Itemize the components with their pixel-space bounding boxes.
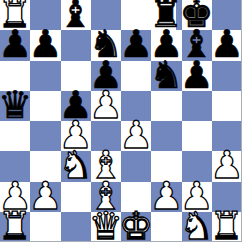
chess-board: ♜♝♜♚♟♟♞♟♟♝♟♟♞♟♛♟♟♟♟♞♝♟♟♟♝♟♟♜♛♚♞♜	[0, 0, 242, 242]
square-f2[interactable]: ♟	[151, 182, 181, 212]
square-f4[interactable]	[151, 121, 181, 151]
square-f6[interactable]: ♞	[151, 61, 181, 91]
piece-black-knight[interactable]: ♞	[149, 60, 183, 90]
square-g6[interactable]: ♟	[182, 61, 212, 91]
piece-white-pawn[interactable]: ♟	[149, 181, 183, 211]
square-g4[interactable]	[182, 121, 212, 151]
square-c3[interactable]: ♞	[61, 151, 91, 181]
square-a7[interactable]: ♟	[0, 30, 30, 60]
square-g1[interactable]: ♞	[182, 212, 212, 242]
piece-black-bishop[interactable]: ♝	[59, 0, 93, 29]
piece-white-king[interactable]: ♚	[119, 211, 153, 241]
square-e7[interactable]: ♟	[121, 30, 151, 60]
square-a5[interactable]: ♛	[0, 91, 30, 121]
piece-white-rook[interactable]: ♜	[0, 211, 32, 241]
square-b2[interactable]: ♟	[30, 182, 60, 212]
piece-white-pawn[interactable]: ♟	[28, 181, 62, 211]
piece-black-pawn[interactable]: ♟	[0, 29, 32, 59]
square-c1[interactable]	[61, 212, 91, 242]
square-e1[interactable]: ♚	[121, 212, 151, 242]
square-b5[interactable]	[30, 91, 60, 121]
square-d5[interactable]: ♟	[91, 91, 121, 121]
square-b4[interactable]	[30, 121, 60, 151]
piece-white-queen[interactable]: ♛	[89, 211, 123, 241]
piece-black-queen[interactable]: ♛	[0, 90, 32, 120]
square-h3[interactable]: ♟	[212, 151, 242, 181]
piece-black-pawn[interactable]: ♟	[210, 29, 242, 59]
piece-white-rook[interactable]: ♜	[210, 211, 242, 241]
piece-black-pawn[interactable]: ♟	[180, 60, 214, 90]
square-h1[interactable]: ♜	[212, 212, 242, 242]
piece-white-pawn[interactable]: ♟	[119, 120, 153, 150]
piece-white-knight[interactable]: ♞	[59, 150, 93, 180]
square-h7[interactable]: ♟	[212, 30, 242, 60]
square-a1[interactable]: ♜	[0, 212, 30, 242]
square-e4[interactable]: ♟	[121, 121, 151, 151]
square-h5[interactable]	[212, 91, 242, 121]
piece-white-knight[interactable]: ♞	[180, 211, 214, 241]
square-b7[interactable]: ♟	[30, 30, 60, 60]
square-c8[interactable]: ♝	[61, 0, 91, 30]
piece-black-pawn[interactable]: ♟	[119, 29, 153, 59]
piece-white-pawn[interactable]: ♟	[210, 150, 242, 180]
piece-white-pawn[interactable]: ♟	[89, 90, 123, 120]
square-d1[interactable]: ♛	[91, 212, 121, 242]
piece-black-pawn[interactable]: ♟	[28, 29, 62, 59]
